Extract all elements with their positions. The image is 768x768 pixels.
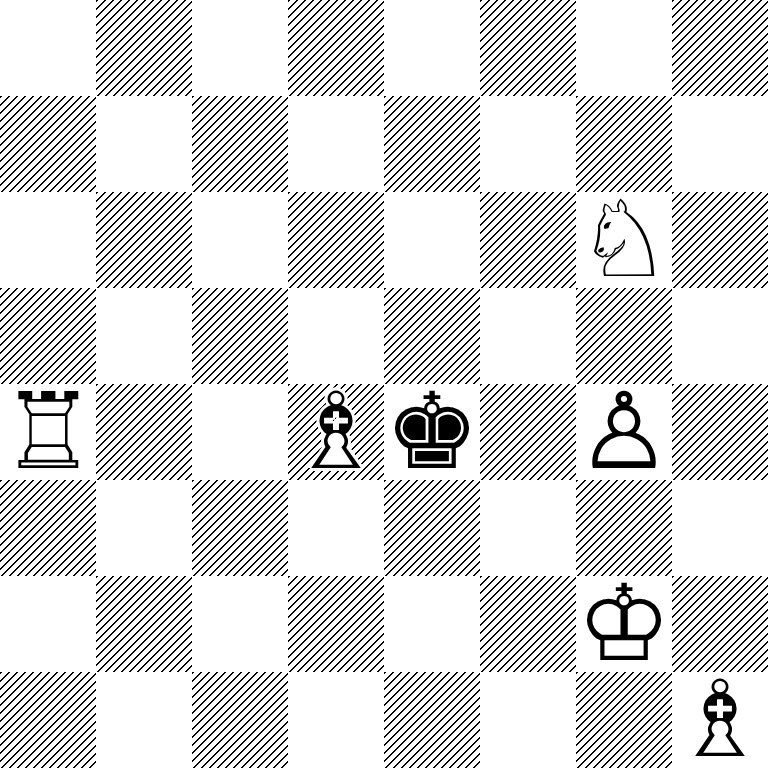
square-d8[interactable] bbox=[288, 0, 384, 96]
white-rook-icon: ♖ bbox=[0, 384, 96, 480]
piece-black-king[interactable]: ♚ bbox=[384, 384, 480, 480]
square-f6[interactable] bbox=[480, 192, 576, 288]
piece-white-knight[interactable]: ♞♘ bbox=[576, 192, 672, 288]
square-a2[interactable] bbox=[0, 576, 96, 672]
chess-board: ♞♘♜♖♝♗♚♟♙♚♔♝♗ bbox=[0, 0, 768, 768]
square-g4[interactable]: ♟♙ bbox=[576, 384, 672, 480]
square-d1[interactable] bbox=[288, 672, 384, 768]
square-a4[interactable]: ♜♖ bbox=[0, 384, 96, 480]
square-f3[interactable] bbox=[480, 480, 576, 576]
square-b7[interactable] bbox=[96, 96, 192, 192]
square-b5[interactable] bbox=[96, 288, 192, 384]
square-d3[interactable] bbox=[288, 480, 384, 576]
white-bishop-icon: ♗ bbox=[288, 384, 384, 480]
square-g1[interactable] bbox=[576, 672, 672, 768]
square-b1[interactable] bbox=[96, 672, 192, 768]
square-c7[interactable] bbox=[192, 96, 288, 192]
square-b8[interactable] bbox=[96, 0, 192, 96]
square-e2[interactable] bbox=[384, 576, 480, 672]
piece-white-rook[interactable]: ♜♖ bbox=[0, 384, 96, 480]
square-c4[interactable] bbox=[192, 384, 288, 480]
square-f4[interactable] bbox=[480, 384, 576, 480]
square-e6[interactable] bbox=[384, 192, 480, 288]
piece-white-bishop[interactable]: ♝♗ bbox=[672, 672, 768, 768]
square-f2[interactable] bbox=[480, 576, 576, 672]
square-d6[interactable] bbox=[288, 192, 384, 288]
piece-white-bishop[interactable]: ♝♗ bbox=[288, 384, 384, 480]
square-d4[interactable]: ♝♗ bbox=[288, 384, 384, 480]
white-bishop-icon: ♗ bbox=[672, 672, 768, 768]
black-king-icon: ♚ bbox=[384, 384, 480, 480]
square-h5[interactable] bbox=[672, 288, 768, 384]
white-pawn-icon: ♙ bbox=[576, 384, 672, 480]
square-c8[interactable] bbox=[192, 0, 288, 96]
square-f8[interactable] bbox=[480, 0, 576, 96]
square-h4[interactable] bbox=[672, 384, 768, 480]
square-e4[interactable]: ♚ bbox=[384, 384, 480, 480]
square-g2[interactable]: ♚♔ bbox=[576, 576, 672, 672]
square-f5[interactable] bbox=[480, 288, 576, 384]
square-b6[interactable] bbox=[96, 192, 192, 288]
square-g8[interactable] bbox=[576, 0, 672, 96]
square-c2[interactable] bbox=[192, 576, 288, 672]
square-a1[interactable] bbox=[0, 672, 96, 768]
piece-white-pawn[interactable]: ♟♙ bbox=[576, 384, 672, 480]
square-e7[interactable] bbox=[384, 96, 480, 192]
square-h3[interactable] bbox=[672, 480, 768, 576]
square-b4[interactable] bbox=[96, 384, 192, 480]
square-c3[interactable] bbox=[192, 480, 288, 576]
white-knight-icon: ♘ bbox=[576, 192, 672, 288]
white-king-icon: ♔ bbox=[576, 576, 672, 672]
square-g6[interactable]: ♞♘ bbox=[576, 192, 672, 288]
square-c5[interactable] bbox=[192, 288, 288, 384]
square-d2[interactable] bbox=[288, 576, 384, 672]
square-c6[interactable] bbox=[192, 192, 288, 288]
square-h6[interactable] bbox=[672, 192, 768, 288]
square-c1[interactable] bbox=[192, 672, 288, 768]
square-a7[interactable] bbox=[0, 96, 96, 192]
square-b3[interactable] bbox=[96, 480, 192, 576]
square-b2[interactable] bbox=[96, 576, 192, 672]
square-f1[interactable] bbox=[480, 672, 576, 768]
square-e1[interactable] bbox=[384, 672, 480, 768]
piece-white-king[interactable]: ♚♔ bbox=[576, 576, 672, 672]
square-e8[interactable] bbox=[384, 0, 480, 96]
square-a3[interactable] bbox=[0, 480, 96, 576]
square-h1[interactable]: ♝♗ bbox=[672, 672, 768, 768]
square-e3[interactable] bbox=[384, 480, 480, 576]
square-a8[interactable] bbox=[0, 0, 96, 96]
square-d7[interactable] bbox=[288, 96, 384, 192]
square-a6[interactable] bbox=[0, 192, 96, 288]
square-f7[interactable] bbox=[480, 96, 576, 192]
square-h8[interactable] bbox=[672, 0, 768, 96]
square-h7[interactable] bbox=[672, 96, 768, 192]
